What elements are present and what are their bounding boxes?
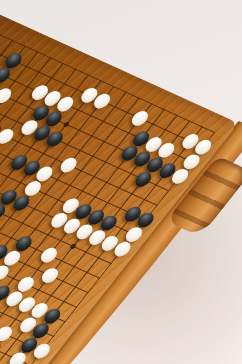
go-board-photo (0, 0, 242, 364)
